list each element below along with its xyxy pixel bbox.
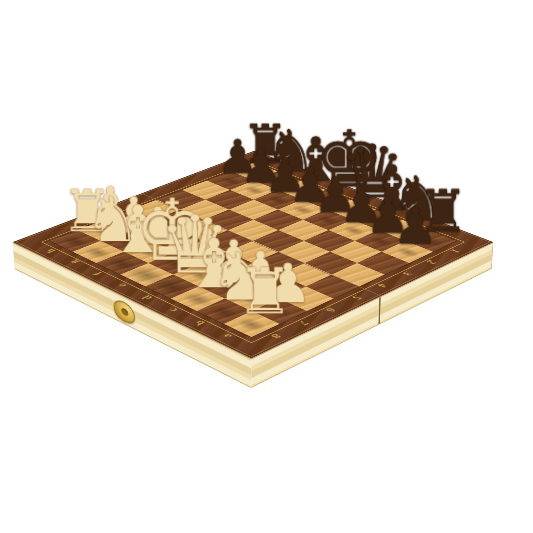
fold-seam-side (378, 297, 380, 324)
brass-clasp[interactable] (113, 297, 135, 327)
folding-chess-board: a8b7c6d5e4f3g2h1 ♜♞♝♛♚♝♞♜♟♟♟♟♟♟♟♟♟♟♟♟♟♟♟… (13, 151, 494, 359)
scene: a8b7c6d5e4f3g2h1 ♜♞♝♛♚♝♞♜♟♟♟♟♟♟♟♟♟♟♟♟♟♟♟… (0, 0, 533, 533)
piece-black-pawn-a2[interactable]: ♟ (393, 201, 429, 252)
chess-set-photo: a8b7c6d5e4f3g2h1 ♜♞♝♛♚♝♞♜♟♟♟♟♟♟♟♟♟♟♟♟♟♟♟… (0, 0, 533, 533)
piece-white-rook-a8[interactable]: ♜ (237, 260, 276, 324)
